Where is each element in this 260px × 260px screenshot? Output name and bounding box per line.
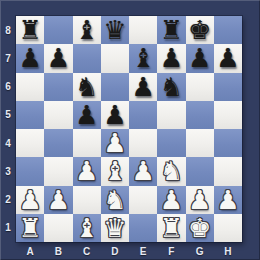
square-a4[interactable] — [16, 129, 44, 157]
square-g8[interactable]: ♚ — [186, 16, 214, 44]
rank-label-7: 7 — [0, 44, 16, 72]
square-e1[interactable] — [129, 214, 157, 242]
file-label-e: E — [129, 242, 157, 260]
rank-label-2: 2 — [0, 186, 16, 214]
square-d3[interactable]: ♝ — [101, 157, 129, 185]
rank-label-5: 5 — [0, 101, 16, 129]
square-b8[interactable] — [44, 16, 72, 44]
file-label-b: B — [44, 242, 72, 260]
white-pawn-icon[interactable]: ♟ — [101, 129, 129, 157]
file-label-a: A — [16, 242, 44, 260]
white-pawn-icon[interactable]: ♟ — [16, 186, 44, 214]
black-bishop-icon[interactable]: ♝ — [129, 44, 157, 72]
rank-label-4: 4 — [0, 129, 16, 157]
black-pawn-icon[interactable]: ♟ — [73, 101, 101, 129]
black-pawn-icon[interactable]: ♟ — [157, 44, 185, 72]
rank-label-1: 1 — [0, 214, 16, 242]
square-c5[interactable]: ♟ — [73, 101, 101, 129]
square-g3[interactable] — [186, 157, 214, 185]
square-e8[interactable] — [129, 16, 157, 44]
square-e4[interactable] — [129, 129, 157, 157]
square-b3[interactable] — [44, 157, 72, 185]
square-e7[interactable]: ♝ — [129, 44, 157, 72]
black-pawn-icon[interactable]: ♟ — [129, 73, 157, 101]
square-c8[interactable]: ♝ — [73, 16, 101, 44]
square-a3[interactable] — [16, 157, 44, 185]
square-d4[interactable]: ♟ — [101, 129, 129, 157]
square-d2[interactable]: ♞ — [101, 186, 129, 214]
square-b7[interactable]: ♟ — [44, 44, 72, 72]
square-b1[interactable] — [44, 214, 72, 242]
file-labels: A B C D E F G H — [16, 242, 242, 260]
black-king-icon[interactable]: ♚ — [186, 16, 214, 44]
square-e3[interactable]: ♟ — [129, 157, 157, 185]
black-pawn-icon[interactable]: ♟ — [186, 44, 214, 72]
square-f8[interactable]: ♜ — [157, 16, 185, 44]
square-h4[interactable] — [214, 129, 242, 157]
square-f7[interactable]: ♟ — [157, 44, 185, 72]
rank-label-3: 3 — [0, 157, 16, 185]
black-pawn-icon[interactable]: ♟ — [44, 44, 72, 72]
square-d1[interactable]: ♛ — [101, 214, 129, 242]
square-e2[interactable] — [129, 186, 157, 214]
white-pawn-icon[interactable]: ♟ — [186, 186, 214, 214]
white-queen-icon[interactable]: ♛ — [101, 214, 129, 242]
black-knight-icon[interactable]: ♞ — [73, 73, 101, 101]
square-f6[interactable]: ♞ — [157, 73, 185, 101]
square-a1[interactable]: ♜ — [16, 214, 44, 242]
square-c7[interactable] — [73, 44, 101, 72]
square-c2[interactable] — [73, 186, 101, 214]
rank-labels: 8 7 6 5 4 3 2 1 — [0, 16, 16, 242]
chess-board[interactable]: ♜♝♛♜♚♟♟♝♟♟♟♞♟♞♟♟♟♟♝♟♞♟♟♞♟♟♟♜♝♛♜♚ — [16, 16, 242, 242]
black-knight-icon[interactable]: ♞ — [157, 73, 185, 101]
square-h6[interactable] — [214, 73, 242, 101]
square-c3[interactable]: ♟ — [73, 157, 101, 185]
black-queen-icon[interactable]: ♛ — [101, 16, 129, 44]
black-pawn-icon[interactable]: ♟ — [214, 44, 242, 72]
square-a6[interactable] — [16, 73, 44, 101]
black-rook-icon[interactable]: ♜ — [157, 16, 185, 44]
square-h8[interactable] — [214, 16, 242, 44]
square-d5[interactable]: ♟ — [101, 101, 129, 129]
square-g4[interactable] — [186, 129, 214, 157]
square-b5[interactable] — [44, 101, 72, 129]
square-g6[interactable] — [186, 73, 214, 101]
square-f3[interactable]: ♞ — [157, 157, 185, 185]
square-b2[interactable]: ♟ — [44, 186, 72, 214]
square-f1[interactable]: ♜ — [157, 214, 185, 242]
white-pawn-icon[interactable]: ♟ — [157, 186, 185, 214]
square-c4[interactable] — [73, 129, 101, 157]
white-pawn-icon[interactable]: ♟ — [44, 186, 72, 214]
square-d6[interactable] — [101, 73, 129, 101]
white-pawn-icon[interactable]: ♟ — [214, 186, 242, 214]
white-rook-icon[interactable]: ♜ — [157, 214, 185, 242]
square-a8[interactable]: ♜ — [16, 16, 44, 44]
black-bishop-icon[interactable]: ♝ — [73, 16, 101, 44]
square-a5[interactable] — [16, 101, 44, 129]
file-label-g: G — [186, 242, 214, 260]
square-b4[interactable] — [44, 129, 72, 157]
square-e6[interactable]: ♟ — [129, 73, 157, 101]
square-a7[interactable]: ♟ — [16, 44, 44, 72]
square-f4[interactable] — [157, 129, 185, 157]
file-label-c: C — [73, 242, 101, 260]
black-rook-icon[interactable]: ♜ — [16, 16, 44, 44]
rank-label-8: 8 — [0, 16, 16, 44]
square-h1[interactable] — [214, 214, 242, 242]
square-b6[interactable] — [44, 73, 72, 101]
square-c6[interactable]: ♞ — [73, 73, 101, 101]
square-h5[interactable] — [214, 101, 242, 129]
square-f5[interactable] — [157, 101, 185, 129]
white-king-icon[interactable]: ♚ — [186, 214, 214, 242]
white-knight-icon[interactable]: ♞ — [157, 157, 185, 185]
square-e5[interactable] — [129, 101, 157, 129]
file-label-h: H — [214, 242, 242, 260]
black-pawn-icon[interactable]: ♟ — [101, 101, 129, 129]
white-knight-icon[interactable]: ♞ — [101, 186, 129, 214]
square-h3[interactable] — [214, 157, 242, 185]
square-g7[interactable]: ♟ — [186, 44, 214, 72]
square-d8[interactable]: ♛ — [101, 16, 129, 44]
square-d7[interactable] — [101, 44, 129, 72]
square-f2[interactable]: ♟ — [157, 186, 185, 214]
white-bishop-icon[interactable]: ♝ — [73, 214, 101, 242]
rank-label-6: 6 — [0, 73, 16, 101]
white-bishop-icon[interactable]: ♝ — [101, 157, 129, 185]
square-g1[interactable]: ♚ — [186, 214, 214, 242]
file-label-d: D — [101, 242, 129, 260]
square-c1[interactable]: ♝ — [73, 214, 101, 242]
white-pawn-icon[interactable]: ♟ — [73, 157, 101, 185]
file-label-f: F — [157, 242, 185, 260]
black-pawn-icon[interactable]: ♟ — [16, 44, 44, 72]
white-pawn-icon[interactable]: ♟ — [129, 157, 157, 185]
square-a2[interactable]: ♟ — [16, 186, 44, 214]
square-g2[interactable]: ♟ — [186, 186, 214, 214]
square-h2[interactable]: ♟ — [214, 186, 242, 214]
square-h7[interactable]: ♟ — [214, 44, 242, 72]
square-g5[interactable] — [186, 101, 214, 129]
white-rook-icon[interactable]: ♜ — [16, 214, 44, 242]
